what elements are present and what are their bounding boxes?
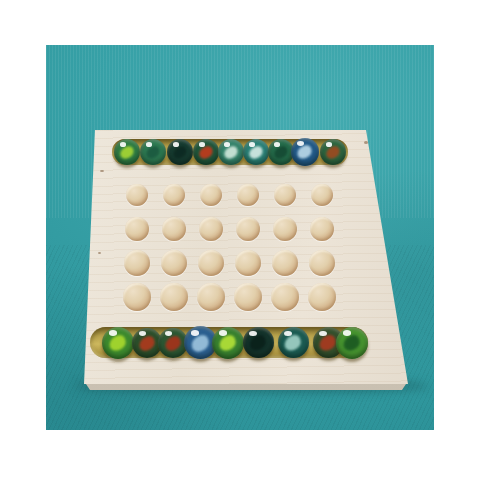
board-hole-r3c2[interactable] bbox=[161, 250, 187, 276]
hole-cell bbox=[303, 246, 340, 280]
marble-swirl bbox=[107, 333, 128, 353]
marble-swirl bbox=[217, 333, 238, 353]
hole-cell bbox=[118, 280, 155, 314]
marble-highlight bbox=[224, 142, 231, 147]
board-hole-r2c5[interactable] bbox=[273, 217, 297, 241]
hole-cell bbox=[229, 212, 266, 246]
board-hole-r4c3[interactable] bbox=[197, 283, 225, 311]
marble-swirl bbox=[317, 334, 338, 353]
hole-cell bbox=[229, 178, 266, 212]
trough-bottom bbox=[90, 327, 368, 358]
marble-highlight bbox=[146, 142, 153, 147]
marble-swirl bbox=[295, 144, 314, 161]
board-hole-r3c3[interactable] bbox=[198, 250, 224, 276]
hole-cell bbox=[229, 246, 266, 280]
hole-cell bbox=[192, 280, 229, 314]
photo-background bbox=[46, 45, 434, 430]
marble-swirl bbox=[137, 334, 157, 352]
hole-cell bbox=[266, 212, 303, 246]
wood-knot bbox=[364, 141, 368, 144]
board-hole-r1c2[interactable] bbox=[163, 184, 185, 206]
marble-swirl bbox=[272, 145, 289, 161]
marble-highlight bbox=[199, 142, 206, 147]
marble-top-6-teal-white-swirl[interactable] bbox=[243, 139, 269, 165]
marble-swirl bbox=[197, 145, 214, 161]
board-hole-r4c5[interactable] bbox=[271, 283, 299, 311]
marble-swirl bbox=[118, 145, 135, 161]
marble-top-9-green-red-core[interactable] bbox=[320, 139, 346, 165]
hole-cell bbox=[266, 246, 303, 280]
board-hole-r2c4[interactable] bbox=[236, 217, 260, 241]
board-hole-r4c1[interactable] bbox=[123, 283, 151, 311]
hole-cell bbox=[155, 280, 192, 314]
board-hole-r4c2[interactable] bbox=[160, 283, 188, 311]
hole-cell bbox=[155, 246, 192, 280]
marble-top-1-green-lime-swirl[interactable] bbox=[114, 139, 140, 165]
marble-highlight bbox=[191, 330, 200, 336]
hole-cell bbox=[266, 280, 303, 314]
trough-top bbox=[112, 139, 348, 165]
marble-bottom-7-dark-teal-white-streak[interactable] bbox=[278, 327, 309, 358]
marble-top-4-dark-green-red-swirl[interactable] bbox=[193, 139, 219, 165]
marble-bottom-5-green-bright-lime-swirl[interactable] bbox=[212, 327, 244, 359]
wood-knot bbox=[100, 170, 104, 172]
marble-swirl bbox=[247, 145, 264, 161]
marble-swirl bbox=[189, 333, 211, 353]
hole-cell bbox=[229, 280, 266, 314]
hole-cell bbox=[303, 178, 340, 212]
marble-highlight bbox=[120, 142, 127, 147]
hole-cell bbox=[192, 246, 229, 280]
marble-highlight bbox=[165, 331, 173, 336]
board-hole-r2c3[interactable] bbox=[199, 217, 223, 241]
marble-bottom-9-green-dark-core[interactable] bbox=[336, 327, 368, 359]
board-hole-r3c4[interactable] bbox=[235, 250, 261, 276]
marble-swirl bbox=[222, 145, 239, 161]
hole-cell bbox=[155, 212, 192, 246]
wood-knot bbox=[98, 252, 101, 254]
hole-cell bbox=[118, 178, 155, 212]
hole-cell bbox=[118, 246, 155, 280]
hole-cell bbox=[303, 280, 340, 314]
marble-highlight bbox=[249, 142, 256, 147]
marble-swirl bbox=[144, 145, 161, 161]
marble-swirl bbox=[324, 145, 341, 161]
marble-swirl bbox=[282, 334, 303, 353]
marble-top-3-blackish-green[interactable] bbox=[167, 139, 193, 165]
board-hole-r2c2[interactable] bbox=[162, 217, 186, 241]
hole-cell bbox=[192, 212, 229, 246]
screenshot-canvas bbox=[0, 0, 480, 480]
board-hole-r1c3[interactable] bbox=[200, 184, 222, 206]
board-hole-r2c1[interactable] bbox=[125, 217, 149, 241]
board-hole-r1c1[interactable] bbox=[126, 184, 148, 206]
board-hole-r3c5[interactable] bbox=[272, 250, 298, 276]
board-hole-r1c4[interactable] bbox=[237, 184, 259, 206]
marble-swirl bbox=[171, 145, 188, 161]
marble-swirl bbox=[341, 333, 362, 353]
hole-cell bbox=[118, 212, 155, 246]
marble-bottom-6-blackish-green[interactable] bbox=[243, 327, 274, 358]
marble-top-5-green-white-swirl[interactable] bbox=[218, 139, 244, 165]
board-hole-r4c6[interactable] bbox=[308, 283, 336, 311]
hole-cell bbox=[192, 178, 229, 212]
board-hole-r1c6[interactable] bbox=[311, 184, 333, 206]
marble-highlight bbox=[173, 142, 180, 147]
marble-top-8-blue-white-swirl[interactable] bbox=[291, 138, 319, 166]
marble-swirl bbox=[247, 334, 268, 353]
hole-cell bbox=[266, 178, 303, 212]
hole-grid bbox=[118, 178, 340, 314]
marble-swirl bbox=[163, 334, 183, 352]
marble-highlight bbox=[326, 142, 333, 147]
hole-cell bbox=[303, 212, 340, 246]
hole-cell bbox=[155, 178, 192, 212]
board-hole-r3c6[interactable] bbox=[309, 250, 335, 276]
board-hole-r3c1[interactable] bbox=[124, 250, 150, 276]
marble-highlight bbox=[274, 142, 281, 147]
marble-bottom-1-green-lime-swirl[interactable] bbox=[102, 327, 134, 359]
marble-top-2-green-teal-swirl[interactable] bbox=[140, 139, 166, 165]
board-hole-r1c5[interactable] bbox=[274, 184, 296, 206]
game-board bbox=[84, 130, 408, 392]
board-hole-r4c4[interactable] bbox=[234, 283, 262, 311]
board-hole-r2c6[interactable] bbox=[310, 217, 334, 241]
marble-highlight bbox=[139, 331, 147, 336]
